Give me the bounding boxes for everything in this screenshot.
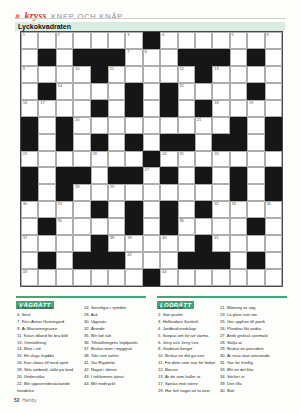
clue-item: 37. Brukar man i myggnät [84, 346, 146, 353]
grid-cell[interactable] [247, 167, 264, 184]
grid-cell[interactable] [73, 201, 90, 218]
black-cell [265, 117, 282, 134]
grid-cell[interactable]: 37 [21, 235, 38, 252]
grid-cell[interactable] [230, 66, 247, 83]
clue-item: 30. Uppsats [84, 319, 146, 326]
black-cell [195, 235, 212, 252]
clue-number: 26 [214, 152, 218, 157]
grid-cell[interactable] [38, 167, 55, 184]
grid-cell[interactable]: 30 [21, 201, 38, 218]
grid-cell[interactable] [265, 49, 282, 66]
grid-cell[interactable] [38, 235, 55, 252]
grid-cell[interactable]: 9 [21, 66, 38, 83]
grid-cell[interactable] [195, 83, 212, 100]
clue-item: 10. Brukar en del gå runt [158, 353, 218, 360]
clue-number: 37 [23, 236, 27, 241]
grid-cell[interactable] [143, 235, 160, 252]
clue-item: 22. Blir uppseendeväckande händelse [17, 381, 81, 395]
puzzle-title: Lyckokvadraten [15, 22, 285, 30]
grid-cell[interactable] [108, 201, 125, 218]
grid-cell[interactable] [212, 32, 229, 49]
clue-item: 13. Är de som håller ut [158, 374, 218, 381]
clue-number: 21 [197, 118, 201, 123]
grid-cell[interactable]: 32 [212, 201, 229, 218]
clue-item: 9. Är Mariannegraven [17, 326, 81, 333]
grid-cell[interactable]: 16 [21, 100, 38, 117]
across-header: VÅGRÄTT [16, 293, 146, 302]
clue-number: 42 [127, 253, 131, 258]
grid-cell[interactable]: 41 [212, 235, 229, 252]
grid-cell[interactable] [21, 218, 38, 235]
grid-cell[interactable] [143, 117, 160, 134]
clue-item: 39. Den lilla [220, 381, 288, 388]
grid-cell[interactable] [125, 117, 142, 134]
grid-cell[interactable] [73, 134, 90, 151]
clue-number: 36 [179, 219, 183, 224]
clue-item: 26. Plundrar likt andra [220, 326, 288, 333]
black-cell [91, 252, 108, 269]
grid-cell[interactable] [178, 184, 195, 201]
grid-cell[interactable] [56, 100, 73, 117]
grid-cell[interactable] [73, 235, 90, 252]
grid-cell[interactable]: 17 [38, 100, 55, 117]
clue-item: 2. Stor psalm [158, 312, 218, 319]
clue-number: 18 [214, 101, 218, 106]
grid-cell[interactable]: 35 [56, 218, 73, 235]
grid-cell[interactable]: 40 [160, 235, 177, 252]
clue-number: 23 [92, 152, 96, 157]
grid-cell[interactable] [108, 83, 125, 100]
black-cell [195, 66, 212, 83]
grid-cell[interactable] [73, 218, 90, 235]
grid-cell[interactable]: 29 [108, 184, 125, 201]
black-cell [91, 235, 108, 252]
grid-cell[interactable]: 1 [21, 32, 38, 49]
grid-cell[interactable] [38, 32, 55, 49]
clue-number: 4 [162, 33, 164, 38]
grid-cell[interactable]: 44 [160, 269, 177, 286]
clue-number: 8 [145, 50, 147, 55]
puzzle-title-bar: Lyckokvadraten [15, 22, 285, 31]
grid-cell[interactable] [56, 49, 73, 66]
black-cell [195, 201, 212, 218]
black-cell [160, 167, 177, 184]
clue-item: 41. Var Rigoletto [84, 360, 146, 367]
clue-item: 14. Man i vitt [17, 346, 81, 353]
grid-cell[interactable] [125, 269, 142, 286]
grid-cell[interactable]: 25 [178, 151, 195, 168]
black-cell [247, 252, 264, 269]
grid-cell[interactable] [195, 269, 212, 286]
clue-item: 1. Lättsam tid [158, 305, 218, 312]
grid-cell[interactable] [143, 83, 160, 100]
clue-item: 17. Spelas mot större [158, 381, 218, 388]
grid-cell[interactable] [143, 184, 160, 201]
black-cell [160, 100, 177, 117]
black-cell [21, 117, 38, 134]
grid-cell[interactable] [230, 100, 247, 117]
clue-number: 33 [232, 202, 236, 207]
grid-cell[interactable] [38, 134, 55, 151]
black-cell [160, 134, 177, 151]
clue-item: 1. Får runt i veckan [17, 305, 81, 312]
clue-number: 15 [179, 84, 183, 89]
down-rule [157, 296, 287, 298]
black-cell [230, 184, 247, 201]
clue-number: 7 [127, 50, 129, 55]
grid-cell[interactable] [73, 151, 90, 168]
grid-cell[interactable] [38, 184, 55, 201]
grid-cell[interactable] [247, 269, 264, 286]
grid-cell[interactable] [178, 201, 195, 218]
grid-cell[interactable] [125, 151, 142, 168]
grid-cell[interactable]: 18 [212, 100, 229, 117]
grid-cell[interactable] [230, 218, 247, 235]
grid-cell[interactable]: 31 [56, 201, 73, 218]
black-cell [265, 184, 282, 201]
black-cell [21, 134, 38, 151]
grid-cell[interactable] [91, 117, 108, 134]
grid-cell[interactable] [143, 252, 160, 269]
clue-item: 25. Ger upphov till panik [220, 319, 288, 326]
clue-item: 15. Ett slags krydda [17, 353, 81, 360]
grid-cell[interactable] [91, 184, 108, 201]
grid-cell[interactable]: 36 [178, 218, 195, 235]
grid-cell[interactable] [21, 83, 38, 100]
magazine-page: » kryss KNEP OCH KNÅP Lyckokvadraten 123… [0, 0, 300, 413]
grid-cell[interactable] [38, 66, 55, 83]
black-cell [73, 252, 90, 269]
grid-cell[interactable]: 27 [143, 167, 160, 184]
clue-item: 19. Har fått något att ta över [158, 388, 218, 395]
grid-cell[interactable] [178, 32, 195, 49]
strapline: KNEP OCH KNÅP [51, 12, 123, 21]
black-cell [91, 49, 108, 66]
grid-cell[interactable] [38, 269, 55, 286]
grid-cell[interactable] [91, 269, 108, 286]
grid-cell[interactable] [73, 83, 90, 100]
grid-cell[interactable] [21, 49, 38, 66]
grid-cell[interactable] [73, 269, 90, 286]
grid-cell[interactable] [195, 184, 212, 201]
grid-cell[interactable] [73, 32, 90, 49]
grid-cell[interactable]: 21 [195, 117, 212, 134]
clue-number: 24 [162, 152, 166, 157]
grid-cell[interactable]: 11 [108, 66, 125, 83]
grid-cell[interactable] [265, 151, 282, 168]
clue-item: 21. Mätning av väg [220, 305, 288, 312]
clue-item: 3. Holländare Sankelt [158, 319, 218, 326]
grid-cell[interactable] [125, 66, 142, 83]
grid-cell[interactable] [247, 184, 264, 201]
black-cell [178, 49, 195, 66]
black-cell [73, 167, 90, 184]
clue-item: 29. Brukar en president [220, 346, 288, 353]
grid-cell[interactable]: 24 [160, 151, 177, 168]
grid-cell[interactable] [178, 167, 195, 184]
grid-cell[interactable] [143, 134, 160, 151]
grid-cell[interactable] [247, 201, 264, 218]
grid-cell[interactable]: 39 [125, 235, 142, 252]
grid-cell[interactable] [247, 32, 264, 49]
grid-cell[interactable] [108, 269, 125, 286]
clue-item: 18. Slits ombord, släkt på land [17, 367, 81, 374]
grid-cell[interactable] [56, 66, 73, 83]
clue-number: 27 [145, 168, 149, 173]
grid-cell[interactable] [265, 83, 282, 100]
grid-cell[interactable] [247, 66, 264, 83]
grid-cell[interactable]: 22 [21, 151, 38, 168]
grid-cell[interactable]: 13 [212, 66, 229, 83]
grid-cell[interactable] [230, 235, 247, 252]
grid-cell[interactable] [212, 83, 229, 100]
black-cell [247, 218, 264, 235]
grid-cell[interactable] [178, 269, 195, 286]
clue-number: 38 [110, 236, 114, 241]
black-cell [143, 32, 160, 49]
grid-cell[interactable] [212, 184, 229, 201]
grid-cell[interactable] [265, 66, 282, 83]
page-footer: 52Hemby [14, 398, 37, 403]
clue-number: 10 [75, 67, 79, 72]
clue-number: 25 [179, 152, 183, 157]
brand-logo: kryss [24, 10, 46, 21]
black-cell [195, 100, 212, 117]
black-cell [178, 134, 195, 151]
grid-cell[interactable]: 3 [125, 32, 142, 49]
clue-item: 32. Ärende [84, 326, 146, 333]
crossword-grid: 1234567891011121314151617181920212223242… [20, 31, 283, 287]
page-number: 52 [14, 398, 19, 403]
grid-cell[interactable]: 10 [73, 66, 90, 83]
clue-number: 35 [58, 219, 62, 224]
grid-cell[interactable] [56, 235, 73, 252]
clue-number: 34 [266, 202, 270, 207]
grid-cell[interactable]: 12 [178, 66, 195, 83]
grid-cell[interactable]: 15 [178, 83, 195, 100]
grid-cell[interactable] [230, 83, 247, 100]
clue-item: 7. Förs Anton Gunnegård [17, 319, 81, 326]
grid-cell[interactable] [56, 252, 73, 269]
grid-cell[interactable] [212, 218, 229, 235]
black-cell [247, 49, 264, 66]
grid-cell[interactable] [108, 134, 125, 151]
black-cell [91, 66, 108, 83]
grid-cell[interactable]: 14 [56, 83, 73, 100]
grid-cell[interactable] [108, 151, 125, 168]
down-clues-col2: 21. Mätning av väg23. Lä plats runt om25… [220, 305, 288, 395]
clue-item: 36. Tillställningens höjdpunkt [84, 340, 146, 347]
grid-cell[interactable] [265, 100, 282, 117]
grid-cell[interactable] [160, 252, 177, 269]
clue-number: 12 [179, 67, 183, 72]
grid-cell[interactable]: 28 [73, 184, 90, 201]
grid-cell[interactable] [143, 201, 160, 218]
black-cell [265, 167, 282, 184]
grid-cell[interactable] [195, 151, 212, 168]
clue-item: 28. Skilja åt [220, 340, 288, 347]
black-cell [160, 201, 177, 218]
clue-item: 35. Blir lätt rätt [84, 333, 146, 340]
clue-number: 31 [58, 202, 62, 207]
clue-item: 42. Något i öknen [84, 367, 146, 374]
grid-cell[interactable]: 5 [230, 32, 247, 49]
clue-item: 4. Strul [17, 312, 81, 319]
grid-cell[interactable]: 2 [56, 32, 73, 49]
clue-number: 13 [214, 67, 218, 72]
black-cell [230, 117, 247, 134]
grid-cell[interactable] [108, 218, 125, 235]
clue-number: 22 [23, 152, 27, 157]
grid-cell[interactable] [38, 201, 55, 218]
clue-item: 5. Svepas om för att värma [158, 333, 218, 340]
black-cell [38, 218, 55, 235]
clue-item: 38. Tolv runt ratten [84, 353, 146, 360]
grid-cell[interactable] [247, 235, 264, 252]
black-cell [125, 167, 142, 184]
grid-cell[interactable] [56, 269, 73, 286]
grid-cell[interactable] [265, 235, 282, 252]
clue-number: 6 [266, 33, 268, 38]
black-cell [91, 100, 108, 117]
clue-number: 9 [23, 67, 25, 72]
grid-cell[interactable] [247, 134, 264, 151]
grid-cell[interactable] [265, 252, 282, 269]
black-cell [143, 269, 160, 286]
grid-cell[interactable]: 8 [143, 49, 160, 66]
grid-cell[interactable] [212, 269, 229, 286]
clue-item: 13. Omställning [17, 340, 81, 347]
grid-cell[interactable] [108, 32, 125, 49]
grid-cell[interactable]: 20 [73, 117, 90, 134]
clue-item: 31. Går för frivillig [220, 360, 288, 367]
grid-cell[interactable] [143, 66, 160, 83]
across-rule [16, 296, 146, 298]
grid-cell[interactable]: 19 [247, 100, 264, 117]
grid-cell[interactable] [143, 100, 160, 117]
black-cell [108, 49, 125, 66]
grid-cell[interactable] [212, 167, 229, 184]
clue-item: 12. Bensin [158, 367, 218, 374]
chevrons-icon: » [15, 11, 20, 21]
clue-item: 8. Gråbrunt berget [158, 346, 218, 353]
grid-cell[interactable] [108, 117, 125, 134]
grid-cell[interactable] [178, 100, 195, 117]
grid-cell[interactable] [38, 117, 55, 134]
grid-cell[interactable]: 7 [125, 49, 142, 66]
clue-item: 30. Är resa utan återvändo [220, 353, 288, 360]
down-header: LODRÄTT [157, 293, 287, 302]
grid-cell[interactable]: 38 [108, 235, 125, 252]
black-cell [195, 167, 212, 184]
grid-cell[interactable]: 26 [212, 151, 229, 168]
grid-cell[interactable] [230, 151, 247, 168]
clue-number: 44 [162, 270, 166, 275]
grid-cell[interactable] [230, 49, 247, 66]
grid-cell[interactable]: 43 [21, 269, 38, 286]
black-cell [56, 184, 73, 201]
black-cell [143, 151, 160, 168]
black-cell [195, 49, 212, 66]
black-cell [38, 49, 55, 66]
black-cell [108, 167, 125, 184]
grid-cell[interactable] [160, 49, 177, 66]
grid-cell[interactable] [212, 117, 229, 134]
black-cell [247, 83, 264, 100]
clue-item: 44. Blir nedtryckt [84, 381, 146, 388]
black-cell [108, 252, 125, 269]
grid-cell[interactable] [21, 252, 38, 269]
grid-cell[interactable] [73, 100, 90, 117]
grid-cell[interactable] [230, 252, 247, 269]
grid-cell[interactable] [265, 218, 282, 235]
black-cell [125, 201, 142, 218]
grid-cell[interactable] [247, 117, 264, 134]
black-cell [160, 83, 177, 100]
grid-cell[interactable] [108, 100, 125, 117]
black-cell [91, 134, 108, 151]
clue-number: 43 [23, 270, 27, 275]
black-cell [212, 49, 229, 66]
across-clues-col2: 24. Seriefigur i rymden28. Ask30. Uppsat… [84, 305, 146, 388]
grid-cell[interactable] [160, 184, 177, 201]
clue-item: 4. Jordbruksredskap [158, 326, 218, 333]
masthead: » kryss KNEP OCH KNÅP [15, 5, 285, 18]
grid-cell[interactable]: 34 [265, 201, 282, 218]
clue-number: 29 [110, 185, 114, 190]
grid-cell[interactable] [91, 83, 108, 100]
grid-cell[interactable] [160, 66, 177, 83]
black-cell [230, 134, 247, 151]
black-cell [56, 134, 73, 151]
clue-number: 41 [214, 236, 218, 241]
clue-item: 24. Seriefigur i rymden [84, 305, 146, 312]
clue-number: 19 [249, 101, 253, 106]
clue-item: 11. Krävs ibland för bra bild [17, 333, 81, 340]
grid-cell[interactable] [230, 269, 247, 286]
clue-number: 32 [214, 202, 218, 207]
grid-cell[interactable] [160, 117, 177, 134]
black-cell [38, 83, 55, 100]
grid-cell[interactable] [56, 151, 73, 168]
grid-cell[interactable] [143, 218, 160, 235]
grid-cell[interactable] [38, 151, 55, 168]
grid-cell[interactable] [195, 32, 212, 49]
grid-cell[interactable] [265, 269, 282, 286]
clue-item: 40. Bott [220, 388, 288, 395]
black-cell [56, 167, 73, 184]
grid-cell[interactable]: 23 [91, 151, 108, 168]
clue-item: 34. Sticker ut [220, 374, 288, 381]
grid-cell[interactable] [91, 167, 108, 184]
grid-cell[interactable] [195, 218, 212, 235]
grid-cell[interactable] [247, 151, 264, 168]
grid-cell[interactable]: 42 [125, 252, 142, 269]
black-cell [265, 134, 282, 151]
grid-cell[interactable] [195, 134, 212, 151]
grid-cell[interactable]: 4 [160, 32, 177, 49]
clue-item: 16. Kan slätas till med spett [17, 360, 81, 367]
grid-cell[interactable] [178, 117, 195, 134]
grid-cell[interactable]: 6 [265, 32, 282, 49]
clue-number: 16 [23, 101, 27, 106]
grid-cell[interactable] [178, 235, 195, 252]
grid-cell[interactable] [91, 218, 108, 235]
grid-cell[interactable] [125, 184, 142, 201]
grid-cell[interactable]: 33 [230, 201, 247, 218]
clue-number: 40 [162, 236, 166, 241]
grid-cell[interactable] [91, 32, 108, 49]
